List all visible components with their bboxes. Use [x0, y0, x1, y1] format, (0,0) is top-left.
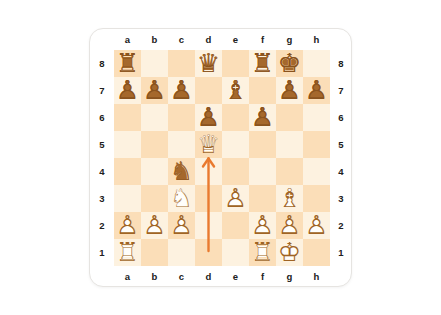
file-label-bottom-g: g — [276, 266, 303, 287]
rank-label-right-3: 3 — [330, 185, 352, 212]
piece-black-pawn[interactable]: ♟♙ — [249, 104, 276, 131]
square-a3[interactable] — [114, 185, 141, 212]
board-card: abcdefgh 87654321 87654321 ♜♖♛♕♜♖♚♔♟♙♟♙♟… — [89, 28, 352, 287]
piece-white-pawn[interactable]: ♟♙ — [303, 212, 330, 239]
square-e8[interactable] — [222, 50, 249, 77]
piece-white-knight[interactable]: ♞♘ — [168, 185, 195, 212]
rank-label-left-2: 2 — [90, 212, 114, 239]
white-rook-outline-icon: ♖ — [249, 239, 276, 266]
black-pawn-outline-icon: ♙ — [249, 104, 276, 131]
piece-white-queen[interactable]: ♛♕ — [195, 131, 222, 158]
square-e4[interactable] — [222, 158, 249, 185]
square-c6[interactable] — [168, 104, 195, 131]
file-label-top-f: f — [249, 29, 276, 50]
square-g2[interactable]: ♟♙ — [276, 212, 303, 239]
black-pawn-outline-icon: ♙ — [114, 77, 141, 104]
square-d1[interactable] — [195, 239, 222, 266]
file-label-bottom-b: b — [141, 266, 168, 287]
square-b7[interactable]: ♟♙ — [141, 77, 168, 104]
piece-white-pawn[interactable]: ♟♙ — [276, 212, 303, 239]
square-g6[interactable] — [276, 104, 303, 131]
file-label-top-a: a — [114, 29, 141, 50]
black-pawn-outline-icon: ♙ — [141, 77, 168, 104]
piece-white-pawn[interactable]: ♟♙ — [114, 212, 141, 239]
square-g5[interactable] — [276, 131, 303, 158]
file-label-bottom-f: f — [249, 266, 276, 287]
square-a7[interactable]: ♟♙ — [114, 77, 141, 104]
file-label-top-h: h — [303, 29, 330, 50]
piece-black-queen[interactable]: ♛♕ — [195, 50, 222, 77]
square-b6[interactable] — [141, 104, 168, 131]
square-f7[interactable] — [249, 77, 276, 104]
piece-black-bishop[interactable]: ♝♗ — [222, 77, 249, 104]
square-d8[interactable]: ♛♕ — [195, 50, 222, 77]
square-d7[interactable] — [195, 77, 222, 104]
piece-white-pawn[interactable]: ♟♙ — [222, 185, 249, 212]
black-queen-outline-icon: ♕ — [195, 50, 222, 77]
white-bishop-outline-icon: ♗ — [276, 185, 303, 212]
page: { "game": "chess", "position": { "fen": … — [0, 0, 441, 315]
square-c4[interactable]: ♞♘ — [168, 158, 195, 185]
rank-label-left-5: 5 — [90, 131, 114, 158]
white-knight-outline-icon: ♘ — [168, 185, 195, 212]
square-e2[interactable] — [222, 212, 249, 239]
piece-white-rook[interactable]: ♜♖ — [249, 239, 276, 266]
white-queen-outline-icon: ♕ — [195, 131, 222, 158]
rank-labels-left: 87654321 — [90, 50, 114, 266]
piece-white-rook[interactable]: ♜♖ — [114, 239, 141, 266]
square-f2[interactable]: ♟♙ — [249, 212, 276, 239]
square-f1[interactable]: ♜♖ — [249, 239, 276, 266]
black-pawn-outline-icon: ♙ — [195, 104, 222, 131]
black-pawn-outline-icon: ♙ — [168, 77, 195, 104]
square-e1[interactable] — [222, 239, 249, 266]
square-a2[interactable]: ♟♙ — [114, 212, 141, 239]
rank-label-right-7: 7 — [330, 77, 352, 104]
square-f3[interactable] — [249, 185, 276, 212]
square-f8[interactable]: ♜♖ — [249, 50, 276, 77]
square-d4[interactable] — [195, 158, 222, 185]
square-a5[interactable] — [114, 131, 141, 158]
white-pawn-outline-icon: ♙ — [114, 212, 141, 239]
file-label-top-d: d — [195, 29, 222, 50]
piece-white-pawn[interactable]: ♟♙ — [168, 212, 195, 239]
piece-black-rook[interactable]: ♜♖ — [249, 50, 276, 77]
rank-label-right-1: 1 — [330, 239, 352, 266]
square-e3[interactable]: ♟♙ — [222, 185, 249, 212]
rank-label-right-6: 6 — [330, 104, 352, 131]
square-h8[interactable] — [303, 50, 330, 77]
file-label-bottom-c: c — [168, 266, 195, 287]
square-d2[interactable] — [195, 212, 222, 239]
black-pawn-outline-icon: ♙ — [276, 77, 303, 104]
square-h4[interactable] — [303, 158, 330, 185]
piece-black-rook[interactable]: ♜♖ — [114, 50, 141, 77]
white-king-outline-icon: ♔ — [276, 239, 303, 266]
square-d3[interactable] — [195, 185, 222, 212]
rank-label-left-4: 4 — [90, 158, 114, 185]
rank-label-left-7: 7 — [90, 77, 114, 104]
square-h1[interactable] — [303, 239, 330, 266]
piece-black-pawn[interactable]: ♟♙ — [141, 77, 168, 104]
file-label-top-g: g — [276, 29, 303, 50]
white-pawn-outline-icon: ♙ — [303, 212, 330, 239]
square-h5[interactable] — [303, 131, 330, 158]
file-label-bottom-d: d — [195, 266, 222, 287]
square-a8[interactable]: ♜♖ — [114, 50, 141, 77]
white-pawn-outline-icon: ♙ — [276, 212, 303, 239]
square-c1[interactable] — [168, 239, 195, 266]
rank-label-right-4: 4 — [330, 158, 352, 185]
piece-black-knight[interactable]: ♞♘ — [168, 158, 195, 185]
square-b1[interactable] — [141, 239, 168, 266]
square-h7[interactable]: ♟♙ — [303, 77, 330, 104]
square-c5[interactable] — [168, 131, 195, 158]
chess-board: ♜♖♛♕♜♖♚♔♟♙♟♙♟♙♝♗♟♙♟♙♟♙♟♙♛♕♞♘♞♘♟♙♝♗♟♙♟♙♟♙… — [114, 50, 330, 266]
square-c7[interactable]: ♟♙ — [168, 77, 195, 104]
square-g1[interactable]: ♚♔ — [276, 239, 303, 266]
square-e5[interactable] — [222, 131, 249, 158]
square-a1[interactable]: ♜♖ — [114, 239, 141, 266]
piece-white-pawn[interactable]: ♟♙ — [141, 212, 168, 239]
square-b8[interactable] — [141, 50, 168, 77]
square-g3[interactable]: ♝♗ — [276, 185, 303, 212]
white-pawn-outline-icon: ♙ — [222, 185, 249, 212]
square-c8[interactable] — [168, 50, 195, 77]
piece-black-pawn[interactable]: ♟♙ — [114, 77, 141, 104]
square-a6[interactable] — [114, 104, 141, 131]
rank-label-left-8: 8 — [90, 50, 114, 77]
black-pawn-outline-icon: ♙ — [303, 77, 330, 104]
square-h2[interactable]: ♟♙ — [303, 212, 330, 239]
square-a4[interactable] — [114, 158, 141, 185]
square-b4[interactable] — [141, 158, 168, 185]
square-b5[interactable] — [141, 131, 168, 158]
square-h3[interactable] — [303, 185, 330, 212]
piece-black-king[interactable]: ♚♔ — [276, 50, 303, 77]
black-rook-outline-icon: ♖ — [249, 50, 276, 77]
piece-white-pawn[interactable]: ♟♙ — [249, 212, 276, 239]
square-b3[interactable] — [141, 185, 168, 212]
file-labels-top: abcdefgh — [114, 29, 330, 50]
square-c2[interactable]: ♟♙ — [168, 212, 195, 239]
black-bishop-outline-icon: ♗ — [222, 77, 249, 104]
rank-label-left-1: 1 — [90, 239, 114, 266]
white-pawn-outline-icon: ♙ — [141, 212, 168, 239]
square-e7[interactable]: ♝♗ — [222, 77, 249, 104]
piece-white-bishop[interactable]: ♝♗ — [276, 185, 303, 212]
file-label-bottom-e: e — [222, 266, 249, 287]
square-d5[interactable]: ♛♕ — [195, 131, 222, 158]
piece-black-pawn[interactable]: ♟♙ — [168, 77, 195, 104]
square-b2[interactable]: ♟♙ — [141, 212, 168, 239]
piece-black-pawn[interactable]: ♟♙ — [195, 104, 222, 131]
square-f4[interactable] — [249, 158, 276, 185]
square-g8[interactable]: ♚♔ — [276, 50, 303, 77]
square-f5[interactable] — [249, 131, 276, 158]
white-pawn-outline-icon: ♙ — [249, 212, 276, 239]
square-e6[interactable] — [222, 104, 249, 131]
square-g4[interactable] — [276, 158, 303, 185]
square-f6[interactable]: ♟♙ — [249, 104, 276, 131]
piece-black-pawn[interactable]: ♟♙ — [276, 77, 303, 104]
rank-label-right-8: 8 — [330, 50, 352, 77]
rank-label-left-3: 3 — [90, 185, 114, 212]
rank-label-left-6: 6 — [90, 104, 114, 131]
square-c3[interactable]: ♞♘ — [168, 185, 195, 212]
black-king-outline-icon: ♔ — [276, 50, 303, 77]
white-rook-outline-icon: ♖ — [114, 239, 141, 266]
square-d6[interactable]: ♟♙ — [195, 104, 222, 131]
piece-black-pawn[interactable]: ♟♙ — [303, 77, 330, 104]
rank-label-right-5: 5 — [330, 131, 352, 158]
square-h6[interactable] — [303, 104, 330, 131]
file-label-top-b: b — [141, 29, 168, 50]
piece-white-king[interactable]: ♚♔ — [276, 239, 303, 266]
rank-labels-right: 87654321 — [330, 50, 352, 266]
white-pawn-outline-icon: ♙ — [168, 212, 195, 239]
black-knight-outline-icon: ♘ — [168, 158, 195, 185]
file-label-top-c: c — [168, 29, 195, 50]
square-g7[interactable]: ♟♙ — [276, 77, 303, 104]
file-labels-bottom: abcdefgh — [114, 266, 330, 287]
file-label-bottom-h: h — [303, 266, 330, 287]
file-label-top-e: e — [222, 29, 249, 50]
file-label-bottom-a: a — [114, 266, 141, 287]
black-rook-outline-icon: ♖ — [114, 50, 141, 77]
rank-label-right-2: 2 — [330, 212, 352, 239]
